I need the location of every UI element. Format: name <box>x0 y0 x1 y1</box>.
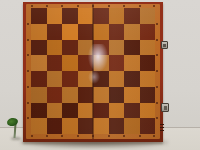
square-h6 <box>140 40 156 56</box>
photo-scene <box>0 0 200 150</box>
nail-dot-icon <box>31 5 33 7</box>
square-g7 <box>124 24 140 40</box>
square-e6 <box>93 40 109 56</box>
square-h8 <box>140 8 156 24</box>
square-e3 <box>93 87 109 103</box>
square-a5 <box>31 55 47 71</box>
board-frame <box>26 4 160 139</box>
nail-dot-icon <box>77 5 79 7</box>
nail-dot-icon <box>27 54 29 56</box>
nail-dot-icon <box>46 5 48 7</box>
nail-dot-icon <box>61 135 63 137</box>
square-f5 <box>109 55 125 71</box>
square-a7 <box>31 24 47 40</box>
screw-marks-icon <box>160 124 164 132</box>
square-h7 <box>140 24 156 40</box>
square-b4 <box>47 71 63 87</box>
plant-stem <box>14 124 17 138</box>
square-g3 <box>124 87 140 103</box>
square-f1 <box>109 118 125 134</box>
square-a1 <box>31 118 47 134</box>
nail-dot-icon <box>27 102 29 104</box>
nail-dot-icon <box>156 117 158 119</box>
square-f8 <box>109 8 125 24</box>
square-h5 <box>140 55 156 71</box>
nail-dot-icon <box>123 135 125 137</box>
nail-dot-icon <box>92 135 94 137</box>
square-b7 <box>47 24 63 40</box>
square-g1 <box>124 118 140 134</box>
square-b2 <box>47 103 63 119</box>
square-e4 <box>93 71 109 87</box>
nail-dot-icon <box>139 135 141 137</box>
nail-dot-icon <box>31 135 33 137</box>
latch-upper-icon <box>161 41 168 49</box>
square-h3 <box>140 87 156 103</box>
nail-dot-icon <box>27 70 29 72</box>
nail-dot-icon <box>156 86 158 88</box>
square-g4 <box>124 71 140 87</box>
square-e1 <box>93 118 109 134</box>
square-c4 <box>62 71 78 87</box>
nail-dot-icon <box>156 39 158 41</box>
square-f3 <box>109 87 125 103</box>
nail-dot-icon <box>108 135 110 137</box>
square-c1 <box>62 118 78 134</box>
square-g5 <box>124 55 140 71</box>
square-f7 <box>109 24 125 40</box>
square-a8 <box>31 8 47 24</box>
square-d5 <box>78 55 94 71</box>
square-h1 <box>140 118 156 134</box>
square-e8 <box>93 8 109 24</box>
square-d8 <box>78 8 94 24</box>
square-b6 <box>47 40 63 56</box>
plant-leaf <box>6 117 18 127</box>
square-d4 <box>78 71 94 87</box>
square-f6 <box>109 40 125 56</box>
chess-board <box>23 2 163 142</box>
nail-dot-icon <box>153 135 155 137</box>
nail-dot-icon <box>92 5 94 7</box>
square-c3 <box>62 87 78 103</box>
square-g2 <box>124 103 140 119</box>
green-plant <box>6 115 24 139</box>
square-a4 <box>31 71 47 87</box>
square-c5 <box>62 55 78 71</box>
nail-dot-icon <box>156 102 158 104</box>
square-b1 <box>47 118 63 134</box>
nail-dot-icon <box>156 54 158 56</box>
square-d2 <box>78 103 94 119</box>
nail-dot-icon <box>123 5 125 7</box>
square-b8 <box>47 8 63 24</box>
latch-lower-icon <box>161 103 169 112</box>
square-d1 <box>78 118 94 134</box>
square-g6 <box>124 40 140 56</box>
square-c8 <box>62 8 78 24</box>
nail-dot-icon <box>108 5 110 7</box>
square-h2 <box>140 103 156 119</box>
square-a6 <box>31 40 47 56</box>
square-d3 <box>78 87 94 103</box>
square-c7 <box>62 24 78 40</box>
square-f2 <box>109 103 125 119</box>
square-a2 <box>31 103 47 119</box>
square-b3 <box>47 87 63 103</box>
square-d7 <box>78 24 94 40</box>
nail-dot-icon <box>27 39 29 41</box>
square-f4 <box>109 71 125 87</box>
nail-dot-icon <box>27 117 29 119</box>
fold-seam <box>92 4 94 139</box>
nail-dot-icon <box>61 5 63 7</box>
nail-dot-icon <box>139 5 141 7</box>
square-g8 <box>124 8 140 24</box>
square-e2 <box>93 103 109 119</box>
nail-dot-icon <box>153 5 155 7</box>
nail-dot-icon <box>27 23 29 25</box>
square-e7 <box>93 24 109 40</box>
square-d6 <box>78 40 94 56</box>
nail-dot-icon <box>156 70 158 72</box>
square-e5 <box>93 55 109 71</box>
nail-dot-icon <box>46 135 48 137</box>
square-a3 <box>31 87 47 103</box>
square-h4 <box>140 71 156 87</box>
square-b5 <box>47 55 63 71</box>
nail-dot-icon <box>77 135 79 137</box>
nail-dot-icon <box>27 86 29 88</box>
square-c2 <box>62 103 78 119</box>
square-c6 <box>62 40 78 56</box>
nail-dot-icon <box>156 23 158 25</box>
